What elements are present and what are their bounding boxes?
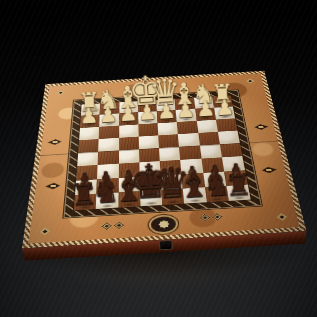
- black-rook[interactable]: ♜: [224, 169, 252, 200]
- square-b8[interactable]: ♞: [204, 185, 228, 201]
- chess-board-box: ♜♞♝♚♛♝♞♜♟♟♟♟♟♟♟♟♟♟♟♟♟♟♟♟♜♞♝♚♛♝♞♜: [21, 70, 306, 247]
- metal-clasp: [158, 239, 172, 249]
- perspective-scene: ♜♞♝♚♛♝♞♜♟♟♟♟♟♟♟♟♟♟♟♟♟♟♟♟♜♞♝♚♛♝♞♜: [0, 0, 317, 317]
- star-icon: [150, 85, 155, 88]
- photo-chess-scene: ♜♞♝♚♛♝♞♜♟♟♟♟♟♟♟♟♟♟♟♟♟♟♟♟♜♞♝♚♛♝♞♜: [0, 0, 317, 317]
- square-a8[interactable]: ♜: [226, 184, 250, 200]
